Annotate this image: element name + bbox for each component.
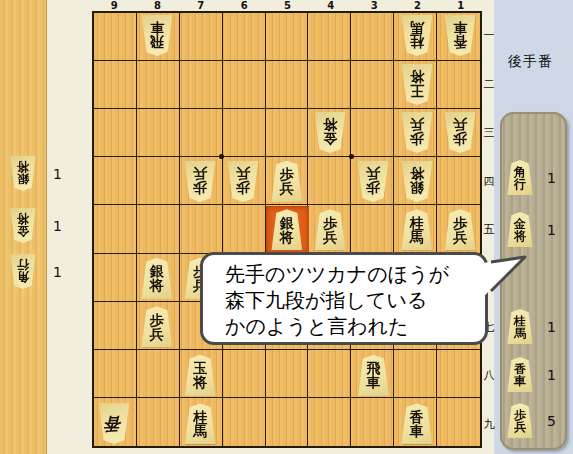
board-square[interactable] [351, 205, 394, 253]
bubble-line-2: 森下九段が指している [225, 287, 485, 313]
board-square[interactable] [180, 61, 223, 109]
board-square[interactable] [266, 13, 309, 61]
board-square[interactable] [308, 13, 351, 61]
shogi-app: 後手番 飛車桂馬香車王将金将歩兵歩兵歩兵歩兵歩兵歩兵銀将銀将歩兵桂馬歩兵銀将歩兵… [0, 0, 573, 454]
sente-hand-count: 1 [547, 367, 556, 383]
piece-glyph: 銀将 [17, 162, 29, 186]
piece-glyph: 香車 [514, 363, 526, 387]
rank-label: 二 [483, 77, 495, 92]
board-square[interactable] [223, 109, 266, 157]
piece-glyph: 桂馬 [410, 22, 424, 50]
piece-glyph: 桂馬 [410, 216, 424, 244]
board-square[interactable] [94, 61, 137, 109]
piece-glyph: 香車 [410, 410, 424, 438]
board-square[interactable] [94, 157, 137, 205]
board-square[interactable] [137, 157, 180, 205]
bubble-line-3: かのようと言われた [225, 313, 485, 339]
board-square[interactable] [266, 61, 309, 109]
piece-glyph: 銀将 [410, 167, 424, 195]
star-point [349, 154, 354, 159]
comment-bubble: 先手のツツカナのほうが 森下九段が指している かのようと言われた [200, 252, 488, 345]
sente-hand-count: 1 [547, 319, 556, 335]
board-square[interactable] [137, 205, 180, 253]
turn-indicator: 後手番 [508, 53, 553, 71]
bubble-line-1: 先手のツツカナのほうが [225, 261, 485, 287]
piece-glyph: 歩兵 [236, 167, 250, 195]
board-square[interactable] [308, 398, 351, 446]
file-label: 8 [154, 0, 161, 11]
board-square[interactable] [223, 61, 266, 109]
rank-label: 五 [483, 222, 495, 237]
board-square[interactable] [94, 13, 137, 61]
piece-glyph: 飛車 [150, 22, 164, 50]
board-square[interactable] [308, 350, 351, 398]
piece-glyph: 角行 [17, 260, 29, 284]
rank-label: 八 [483, 368, 495, 383]
board-square[interactable] [94, 302, 137, 350]
rank-label: 三 [483, 125, 495, 140]
piece-glyph: 桂馬 [514, 315, 526, 339]
file-label: 9 [111, 0, 118, 11]
board-square[interactable] [437, 157, 480, 205]
rank-label: 九 [483, 417, 495, 432]
sente-hand-count: 1 [547, 170, 556, 186]
piece-glyph: 王将 [410, 70, 424, 98]
board-square[interactable] [223, 350, 266, 398]
piece-glyph: 歩兵 [453, 119, 467, 147]
piece-glyph: 金将 [17, 214, 29, 238]
file-label: 3 [371, 0, 378, 11]
piece-glyph: 銀将 [280, 216, 294, 244]
board-square[interactable] [94, 205, 137, 253]
board-square[interactable] [94, 350, 137, 398]
piece-glyph: 歩兵 [323, 216, 337, 244]
board-square[interactable] [266, 109, 309, 157]
sente-hand-count: 1 [547, 222, 556, 238]
file-label: 6 [241, 0, 248, 11]
piece-glyph: 歩兵 [453, 216, 467, 244]
piece-glyph: 玉将 [193, 361, 207, 389]
piece-glyph: 桂馬 [193, 410, 207, 438]
board-square[interactable] [437, 398, 480, 446]
board-square[interactable] [308, 157, 351, 205]
board-square[interactable] [180, 205, 223, 253]
piece-glyph: 歩兵 [410, 119, 424, 147]
rank-label: 一 [483, 28, 495, 43]
board-square[interactable] [223, 13, 266, 61]
board-square[interactable] [137, 61, 180, 109]
board-square[interactable] [137, 109, 180, 157]
piece-glyph: 金将 [323, 119, 337, 147]
board-square[interactable] [351, 61, 394, 109]
piece-glyph: 歩兵 [366, 167, 380, 195]
sente-hand-count: 5 [547, 413, 556, 429]
piece-glyph: 歩兵 [514, 409, 526, 433]
board-square[interactable] [266, 350, 309, 398]
board-square[interactable] [94, 109, 137, 157]
piece-glyph: 香車 [453, 22, 467, 50]
file-label: 4 [327, 0, 334, 11]
board-square[interactable] [351, 398, 394, 446]
board-square[interactable] [351, 13, 394, 61]
board-square[interactable] [223, 398, 266, 446]
piece-glyph: 銀将 [150, 264, 164, 292]
board-square[interactable] [266, 398, 309, 446]
board-square[interactable] [180, 109, 223, 157]
file-label: 2 [414, 0, 421, 11]
rank-label: 四 [483, 174, 495, 189]
board-square[interactable] [351, 109, 394, 157]
file-label: 7 [197, 0, 204, 11]
piece-glyph: 角行 [514, 166, 526, 190]
board-square[interactable] [94, 254, 137, 302]
piece-glyph: 歩兵 [150, 313, 164, 341]
board-square[interactable] [223, 205, 266, 253]
file-label: 5 [284, 0, 291, 11]
piece-glyph: 歩兵 [193, 167, 207, 195]
board-square[interactable] [308, 61, 351, 109]
bubble-tail [481, 253, 529, 303]
board-square[interactable] [437, 61, 480, 109]
gote-hand-count: 1 [53, 264, 62, 280]
board-square[interactable] [180, 13, 223, 61]
piece-glyph: 飛車 [366, 361, 380, 389]
star-point [219, 154, 224, 159]
board-square[interactable] [137, 398, 180, 446]
board-square[interactable] [437, 350, 480, 398]
file-label: 1 [457, 0, 464, 11]
board-square[interactable] [137, 350, 180, 398]
board-square[interactable] [394, 350, 437, 398]
piece-glyph: 歩兵 [280, 167, 294, 195]
piece-glyph: 金将 [514, 218, 526, 242]
gote-hand-count: 1 [53, 166, 62, 182]
piece-glyph: 香 [105, 415, 122, 432]
gote-hand-count: 1 [53, 218, 62, 234]
